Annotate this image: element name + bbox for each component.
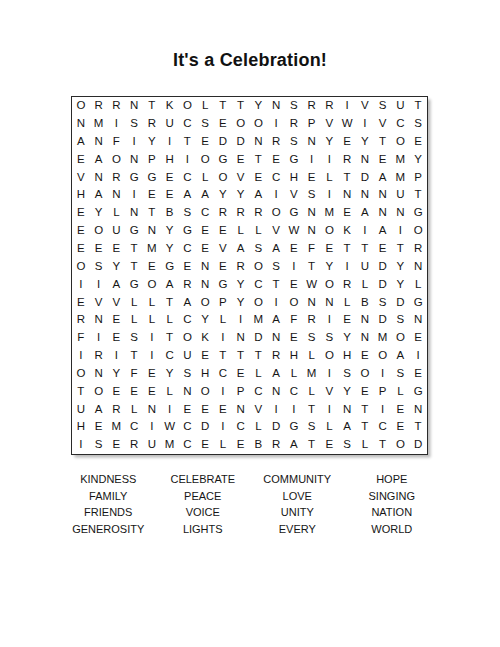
grid-cell: C <box>125 418 143 436</box>
grid-cell: C <box>250 383 268 401</box>
grid-cell: R <box>179 276 197 294</box>
grid-cell: O <box>321 347 339 365</box>
grid-cell: I <box>161 400 179 418</box>
grid-cell: O <box>232 115 250 133</box>
grid-cell: E <box>143 186 161 204</box>
grid-cell: O <box>90 383 108 401</box>
grid-cell: L <box>232 222 250 240</box>
grid-cell: Y <box>108 365 126 383</box>
grid-cell: O <box>356 365 374 383</box>
grid-cell: I <box>285 400 303 418</box>
grid-cell: U <box>392 186 410 204</box>
grid-cell: H <box>72 418 90 436</box>
grid-cell: I <box>72 347 90 365</box>
grid-cell: O <box>392 329 410 347</box>
grid-cell: S <box>179 204 197 222</box>
grid-cell: O <box>214 168 232 186</box>
grid-cell: V <box>356 97 374 115</box>
grid-cell: A <box>232 240 250 258</box>
grid-cell: R <box>267 347 285 365</box>
grid-cell: W <box>161 418 179 436</box>
grid-cell: D <box>232 133 250 151</box>
grid-cell: E <box>409 329 427 347</box>
grid-cell: G <box>179 222 197 240</box>
grid-cell: I <box>409 347 427 365</box>
grid-cell: E <box>338 204 356 222</box>
grid-cell: A <box>267 365 285 383</box>
grid-cell: L <box>392 383 410 401</box>
grid-cell: N <box>250 133 268 151</box>
grid-cell: M <box>143 240 161 258</box>
grid-cell: N <box>356 186 374 204</box>
grid-cell: T <box>250 347 268 365</box>
word-list-item: SINGING <box>345 488 440 505</box>
grid-cell: E <box>250 168 268 186</box>
page-title: It's a Celebration! <box>0 50 500 71</box>
grid-cell: G <box>409 383 427 401</box>
grid-cell: N <box>374 186 392 204</box>
grid-cell: Y <box>161 222 179 240</box>
grid-cell: I <box>285 258 303 276</box>
grid-cell: A <box>285 436 303 454</box>
grid-cell: V <box>108 293 126 311</box>
grid-cell: S <box>303 186 321 204</box>
grid-cell: O <box>196 151 214 169</box>
grid-cell: S <box>90 436 108 454</box>
grid-cell: V <box>321 115 339 133</box>
grid-cell: I <box>161 133 179 151</box>
grid-cell: S <box>374 97 392 115</box>
word-list-item: WORLD <box>345 521 440 538</box>
grid-cell: I <box>356 222 374 240</box>
grid-cell: K <box>161 97 179 115</box>
grid-cell: E <box>179 400 197 418</box>
grid-cell: R <box>108 97 126 115</box>
grid-cell: O <box>409 222 427 240</box>
grid-cell: C <box>179 168 197 186</box>
grid-cell: E <box>72 204 90 222</box>
grid-cell: I <box>267 293 285 311</box>
grid-cell: G <box>285 204 303 222</box>
grid-cell: L <box>250 222 268 240</box>
grid-cell: V <box>214 240 232 258</box>
grid-cell: G <box>143 168 161 186</box>
grid-cell: E <box>108 436 126 454</box>
grid-cell: O <box>90 222 108 240</box>
grid-cell: A <box>374 168 392 186</box>
grid-cell: E <box>409 133 427 151</box>
grid-cell: R <box>267 133 285 151</box>
grid-cell: D <box>374 276 392 294</box>
grid-cell: E <box>108 311 126 329</box>
grid-cell: V <box>90 293 108 311</box>
grid-cell: N <box>392 204 410 222</box>
grid-cell: O <box>72 97 90 115</box>
grid-cell: I <box>392 222 410 240</box>
grid-cell: F <box>72 329 90 347</box>
grid-cell: T <box>214 97 232 115</box>
grid-cell: A <box>392 347 410 365</box>
grid-cell: E <box>143 365 161 383</box>
grid-cell: L <box>356 436 374 454</box>
word-list-item: FAMILY <box>61 488 156 505</box>
grid-cell: F <box>125 365 143 383</box>
grid-cell: E <box>108 383 126 401</box>
grid-cell: A <box>90 400 108 418</box>
grid-cell: E <box>214 400 232 418</box>
grid-cell: Y <box>321 258 339 276</box>
grid-cell: O <box>250 293 268 311</box>
grid-cell: I <box>108 347 126 365</box>
grid-cell: T <box>374 436 392 454</box>
grid-cell: C <box>196 204 214 222</box>
grid-cell: F <box>303 240 321 258</box>
grid-cell: D <box>196 418 214 436</box>
grid-cell: U <box>72 400 90 418</box>
grid-cell: I <box>90 329 108 347</box>
grid-cell: O <box>108 151 126 169</box>
grid-cell: R <box>232 204 250 222</box>
grid-cell: P <box>303 115 321 133</box>
grid-cell: I <box>108 115 126 133</box>
grid-cell: Y <box>108 258 126 276</box>
grid-cell: H <box>72 186 90 204</box>
grid-cell: N <box>90 365 108 383</box>
grid-cell: Y <box>214 186 232 204</box>
grid-cell: E <box>232 436 250 454</box>
grid-cell: T <box>409 186 427 204</box>
grid-cell: P <box>214 293 232 311</box>
grid-cell: E <box>161 186 179 204</box>
grid-cell: E <box>409 365 427 383</box>
grid-cell: E <box>214 115 232 133</box>
grid-cell: E <box>72 240 90 258</box>
word-list: KINDNESSCELEBRATECOMMUNITYHOPEFAMILYPEAC… <box>61 471 439 538</box>
grid-cell: V <box>232 168 250 186</box>
grid-cell: E <box>232 151 250 169</box>
grid-cell: I <box>267 400 285 418</box>
grid-cell: P <box>143 151 161 169</box>
grid-cell: S <box>196 115 214 133</box>
grid-cell: I <box>232 311 250 329</box>
grid-cell: E <box>72 293 90 311</box>
grid-cell: C <box>179 311 197 329</box>
grid-cell: N <box>321 293 339 311</box>
grid-cell: E <box>196 222 214 240</box>
grid-cell: E <box>285 276 303 294</box>
grid-cell: S <box>285 133 303 151</box>
word-list-item: CELEBRATE <box>156 471 251 488</box>
grid-cell: E <box>338 133 356 151</box>
grid-cell: S <box>338 436 356 454</box>
grid-cell: T <box>303 400 321 418</box>
grid-cell: C <box>374 418 392 436</box>
grid-cell: C <box>392 115 410 133</box>
grid-cell: L <box>250 418 268 436</box>
grid-cell: E <box>321 240 339 258</box>
grid-cell: I <box>125 133 143 151</box>
grid-cell: N <box>232 400 250 418</box>
grid-cell: I <box>179 151 197 169</box>
grid-cell: O <box>143 276 161 294</box>
grid-cell: N <box>303 222 321 240</box>
grid-cell: N <box>338 400 356 418</box>
grid-cell: A <box>196 186 214 204</box>
grid-cell: H <box>338 347 356 365</box>
grid-cell: T <box>303 436 321 454</box>
grid-cell: I <box>72 436 90 454</box>
grid-cell: K <box>196 329 214 347</box>
grid-cell: I <box>321 186 339 204</box>
grid-cell: L <box>321 418 339 436</box>
grid-cell: C <box>285 383 303 401</box>
grid-cell: A <box>250 186 268 204</box>
word-list-item: LOVE <box>250 488 345 505</box>
grid-cell: C <box>179 115 197 133</box>
grid-cell: S <box>338 365 356 383</box>
grid-cell: I <box>90 276 108 294</box>
grid-cell: S <box>250 240 268 258</box>
grid-cell: I <box>267 186 285 204</box>
word-list-item: NATION <box>345 504 440 521</box>
grid-cell: G <box>214 276 232 294</box>
grid-cell: U <box>392 97 410 115</box>
grid-cell: W <box>303 276 321 294</box>
grid-cell: A <box>90 151 108 169</box>
word-list-item: UNITY <box>250 504 345 521</box>
grid-cell: I <box>321 151 339 169</box>
grid-cell: T <box>179 133 197 151</box>
word-list-item: COMMUNITY <box>250 471 345 488</box>
grid-cell: M <box>161 436 179 454</box>
grid-cell: G <box>409 204 427 222</box>
grid-cell: C <box>179 418 197 436</box>
grid-cell: T <box>356 240 374 258</box>
grid-cell: N <box>125 151 143 169</box>
grid-cell: L <box>108 204 126 222</box>
grid-cell: E <box>108 329 126 347</box>
word-list-item: HOPE <box>345 471 440 488</box>
grid-cell: L <box>356 276 374 294</box>
grid-cell: N <box>125 97 143 115</box>
grid-cell: N <box>267 329 285 347</box>
grid-cell: G <box>161 258 179 276</box>
grid-cell: S <box>374 293 392 311</box>
grid-cell: T <box>232 97 250 115</box>
grid-cell: O <box>321 276 339 294</box>
grid-cell: G <box>214 151 232 169</box>
grid-cell: U <box>108 222 126 240</box>
grid-cell: E <box>392 418 410 436</box>
grid-cell: O <box>196 293 214 311</box>
grid-cell: C <box>214 365 232 383</box>
grid-cell: L <box>214 436 232 454</box>
grid-cell: L <box>125 311 143 329</box>
grid-cell: M <box>392 168 410 186</box>
grid-cell: M <box>108 418 126 436</box>
grid-cell: S <box>392 311 410 329</box>
grid-cell: M <box>90 115 108 133</box>
grid-cell: N <box>143 222 161 240</box>
grid-cell: M <box>374 329 392 347</box>
grid-cell: R <box>72 311 90 329</box>
grid-cell: N <box>143 400 161 418</box>
grid-cell: S <box>125 115 143 133</box>
grid-cell: Y <box>161 365 179 383</box>
grid-cell: E <box>196 240 214 258</box>
grid-cell: G <box>125 222 143 240</box>
grid-cell: L <box>214 311 232 329</box>
grid-cell: R <box>108 168 126 186</box>
grid-cell: T <box>214 347 232 365</box>
grid-cell: Y <box>161 240 179 258</box>
grid-cell: E <box>374 151 392 169</box>
grid-cell: E <box>285 329 303 347</box>
grid-cell: T <box>143 204 161 222</box>
grid-cell: R <box>409 240 427 258</box>
grid-cell: M <box>321 204 339 222</box>
grid-cell: D <box>214 133 232 151</box>
grid-cell: E <box>232 365 250 383</box>
grid-cell: R <box>303 311 321 329</box>
grid-cell: O <box>179 329 197 347</box>
grid-cell: O <box>321 222 339 240</box>
grid-cell: I <box>303 151 321 169</box>
grid-cell: C <box>267 168 285 186</box>
grid-cell: A <box>267 240 285 258</box>
grid-cell: N <box>90 311 108 329</box>
grid-cell: A <box>108 276 126 294</box>
grid-cell: R <box>250 204 268 222</box>
grid-cell: L <box>161 383 179 401</box>
grid-cell: E <box>143 383 161 401</box>
grid-cell: T <box>338 240 356 258</box>
grid-cell: I <box>321 311 339 329</box>
word-list-item: FRIENDS <box>61 504 156 521</box>
grid-cell: Y <box>392 276 410 294</box>
grid-cell: G <box>125 276 143 294</box>
grid-cell: T <box>125 258 143 276</box>
grid-cell: T <box>161 329 179 347</box>
grid-cell: R <box>303 97 321 115</box>
grid-cell: G <box>285 151 303 169</box>
grid-cell: I <box>321 365 339 383</box>
grid-cell: Y <box>356 133 374 151</box>
grid-cell: N <box>338 186 356 204</box>
grid-cell: E <box>161 168 179 186</box>
grid-cell: E <box>143 258 161 276</box>
grid-cell: T <box>356 400 374 418</box>
grid-cell: W <box>285 222 303 240</box>
grid-cell: S <box>321 329 339 347</box>
grid-cell: O <box>72 365 90 383</box>
grid-cell: I <box>267 115 285 133</box>
grid-cell: T <box>409 418 427 436</box>
grid-cell: R <box>143 115 161 133</box>
grid-cell: I <box>143 347 161 365</box>
grid-cell: E <box>196 347 214 365</box>
grid-cell: U <box>143 436 161 454</box>
word-list-item: VOICE <box>156 504 251 521</box>
grid-cell: Y <box>232 186 250 204</box>
grid-cell: Y <box>250 97 268 115</box>
grid-cell: N <box>267 383 285 401</box>
grid-cell: H <box>161 151 179 169</box>
grid-cell: C <box>232 418 250 436</box>
grid-cell: S <box>303 329 321 347</box>
grid-cell: V <box>72 168 90 186</box>
grid-cell: L <box>196 97 214 115</box>
grid-cell: E <box>338 311 356 329</box>
grid-cell: N <box>409 400 427 418</box>
grid-cell: N <box>409 311 427 329</box>
grid-cell: S <box>90 258 108 276</box>
grid-cell: D <box>409 436 427 454</box>
grid-cell: T <box>143 97 161 115</box>
grid-cell: Y <box>392 258 410 276</box>
grid-cell: O <box>392 436 410 454</box>
grid-cell: I <box>374 400 392 418</box>
word-list-item: EVERY <box>250 521 345 538</box>
grid-cell: E <box>374 240 392 258</box>
grid-cell: D <box>392 293 410 311</box>
grid-cell: D <box>374 311 392 329</box>
grid-cell: N <box>409 258 427 276</box>
grid-cell: N <box>303 133 321 151</box>
grid-cell: F <box>285 311 303 329</box>
word-search-grid: ORRNTKOLTTYNSRRIVSUTNMISRUCSEOOIRPVWIVCS… <box>71 96 428 455</box>
grid-cell: Y <box>143 133 161 151</box>
grid-cell: F <box>108 133 126 151</box>
grid-cell: E <box>267 151 285 169</box>
grid-cell: A <box>338 418 356 436</box>
grid-cell: O <box>196 383 214 401</box>
grid-cell: R <box>232 258 250 276</box>
grid-cell: L <box>338 293 356 311</box>
grid-cell: S <box>392 365 410 383</box>
grid-cell: E <box>214 222 232 240</box>
grid-cell: T <box>72 383 90 401</box>
grid-cell: O <box>250 258 268 276</box>
grid-cell: N <box>108 186 126 204</box>
grid-cell: L <box>250 365 268 383</box>
grid-cell: L <box>409 276 427 294</box>
grid-cell: A <box>374 222 392 240</box>
grid-cell: E <box>356 383 374 401</box>
grid-cell: Y <box>196 311 214 329</box>
grid-cell: L <box>196 168 214 186</box>
grid-cell: R <box>338 276 356 294</box>
grid-cell: E <box>196 133 214 151</box>
grid-cell: Y <box>409 151 427 169</box>
grid-cell: D <box>356 168 374 186</box>
grid-cell: G <box>409 293 427 311</box>
grid-cell: M <box>250 311 268 329</box>
grid-cell: S <box>303 418 321 436</box>
grid-cell: E <box>285 240 303 258</box>
grid-cell: I <box>72 276 90 294</box>
grid-cell: D <box>250 329 268 347</box>
grid-cell: K <box>338 222 356 240</box>
grid-cell: B <box>161 204 179 222</box>
grid-cell: T <box>409 97 427 115</box>
grid-cell: O <box>267 204 285 222</box>
grid-cell: Y <box>90 204 108 222</box>
grid-cell: R <box>285 115 303 133</box>
grid-cell: S <box>409 115 427 133</box>
grid-cell: L <box>125 293 143 311</box>
grid-cell: O <box>250 115 268 133</box>
